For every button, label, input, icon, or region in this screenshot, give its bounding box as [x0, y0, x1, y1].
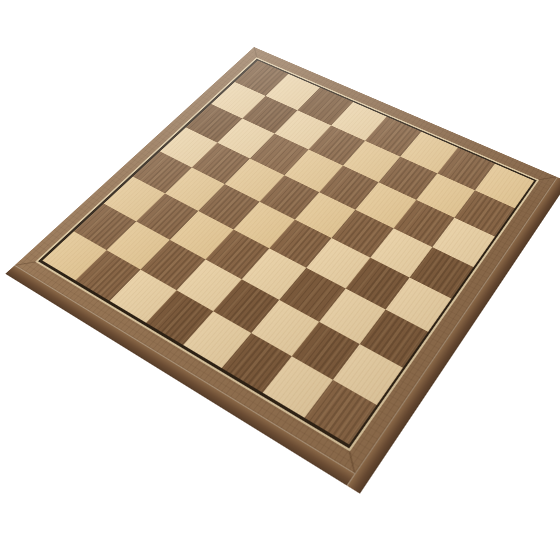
- board-grid: [42, 61, 534, 445]
- photo-background: [0, 0, 560, 560]
- frame-miter-joint: [15, 262, 35, 266]
- dark-fillet-line: [38, 59, 537, 449]
- frame-miter-joint: [349, 451, 355, 473]
- board-frame: [15, 47, 557, 473]
- frame-miter-joint: [538, 176, 556, 180]
- frame-miter-joint: [254, 47, 257, 57]
- chess-board: [15, 47, 557, 473]
- maple-inlay-line: [35, 57, 539, 451]
